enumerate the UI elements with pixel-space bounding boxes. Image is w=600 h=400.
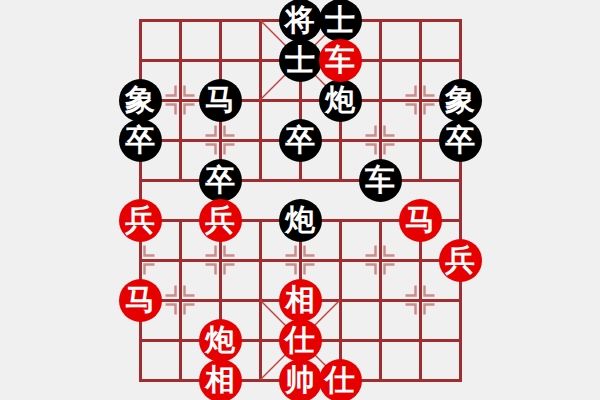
piece-red-general[interactable]: 帅 <box>279 359 322 400</box>
piece-black-elephant[interactable]: 象 <box>119 79 162 122</box>
piece-black-elephant[interactable]: 象 <box>439 79 482 122</box>
xiangqi-app-background: 将士士象马炮象卒卒卒卒车炮车兵兵马兵马相炮仕相帅仕 <box>0 0 600 400</box>
pieces-layer: 将士士象马炮象卒卒卒卒车炮车兵兵马兵马相炮仕相帅仕 <box>0 0 600 400</box>
piece-black-general[interactable]: 将 <box>279 0 322 42</box>
piece-black-pawn[interactable]: 卒 <box>439 119 482 162</box>
piece-red-horse[interactable]: 马 <box>399 199 442 242</box>
piece-black-advisor[interactable]: 士 <box>279 39 322 82</box>
piece-red-advisor[interactable]: 仕 <box>279 319 322 362</box>
piece-black-advisor[interactable]: 士 <box>319 0 362 42</box>
piece-red-pawn[interactable]: 兵 <box>199 199 242 242</box>
piece-black-pawn[interactable]: 卒 <box>119 119 162 162</box>
piece-red-elephant[interactable]: 相 <box>199 359 242 400</box>
piece-black-pawn[interactable]: 卒 <box>199 159 242 202</box>
piece-red-pawn[interactable]: 兵 <box>439 239 482 282</box>
piece-black-cannon[interactable]: 炮 <box>279 199 322 242</box>
piece-red-horse[interactable]: 马 <box>119 279 162 322</box>
piece-black-cannon[interactable]: 炮 <box>319 79 362 122</box>
piece-red-elephant[interactable]: 相 <box>279 279 322 322</box>
piece-red-chariot[interactable]: 车 <box>319 39 362 82</box>
piece-black-pawn[interactable]: 卒 <box>279 119 322 162</box>
piece-red-cannon[interactable]: 炮 <box>199 319 242 362</box>
piece-black-horse[interactable]: 马 <box>199 79 242 122</box>
piece-red-pawn[interactable]: 兵 <box>119 199 162 242</box>
piece-red-advisor[interactable]: 仕 <box>319 359 362 400</box>
piece-black-chariot[interactable]: 车 <box>359 159 402 202</box>
